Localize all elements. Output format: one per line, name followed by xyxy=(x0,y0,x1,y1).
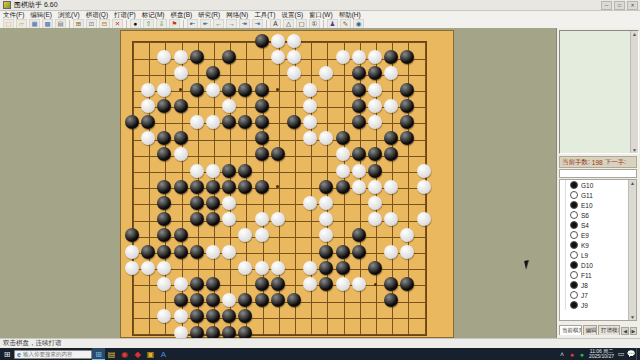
black-stone[interactable] xyxy=(255,147,269,161)
white-stone[interactable] xyxy=(417,180,431,194)
move-list-item[interactable]: E9 xyxy=(560,230,636,240)
panel-tab-0[interactable]: 当前棋局 xyxy=(559,325,582,335)
tool-analyze-icon[interactable]: ♟ xyxy=(327,19,338,29)
panel-tab-2[interactable]: 打谱模式 xyxy=(598,325,621,335)
black-stone[interactable] xyxy=(174,228,188,242)
toolbar-separator xyxy=(266,20,267,28)
new-board-icon[interactable]: ⊞ xyxy=(73,19,84,29)
white-stone[interactable] xyxy=(174,277,188,291)
white-stone[interactable] xyxy=(336,147,350,161)
black-stone[interactable] xyxy=(255,83,269,97)
black-stone-icon xyxy=(570,181,578,189)
move-coordinate: J7 xyxy=(581,292,588,299)
mark-letter-icon[interactable]: A xyxy=(270,19,281,29)
paste-icon[interactable]: ⊟ xyxy=(99,19,110,29)
black-stone[interactable] xyxy=(255,131,269,145)
taskbar: ⊞ e 输入你要搜索的内容 ⊞▤◉◆▣A ˄●● 11:06 周二 2025/1… xyxy=(0,348,640,360)
white-stone[interactable] xyxy=(141,99,155,113)
tab-prev-icon[interactable]: ◀ xyxy=(621,327,628,335)
tray-icons: ˄●● xyxy=(557,351,587,358)
status-bar: 双击棋盘，连续打谱 xyxy=(0,338,640,348)
white-stone[interactable] xyxy=(384,245,398,259)
white-stone[interactable] xyxy=(255,212,269,226)
black-stone-icon xyxy=(570,201,578,209)
white-stone[interactable] xyxy=(174,50,188,64)
move-list-item[interactable]: S6 xyxy=(560,210,636,220)
move-list-item[interactable]: J8 xyxy=(560,280,636,290)
notification-icon[interactable]: ▭ xyxy=(616,350,626,358)
white-stone[interactable] xyxy=(336,164,350,178)
move-list-item[interactable]: S4 xyxy=(560,220,636,230)
white-stone[interactable] xyxy=(368,115,382,129)
search-box[interactable]: e 输入你要搜索的内容 xyxy=(14,350,92,359)
black-stone[interactable] xyxy=(190,50,204,64)
panel-tabs: 当前棋局编辑打谱模式◀▶ xyxy=(559,323,637,335)
new-icon[interactable]: ▢ xyxy=(3,19,14,29)
white-stone[interactable] xyxy=(336,277,350,291)
move-coordinate: D10 xyxy=(581,262,593,269)
print-icon[interactable]: ▤ xyxy=(55,19,66,29)
black-stone[interactable] xyxy=(222,83,236,97)
black-stone[interactable] xyxy=(238,164,252,178)
save-all-icon[interactable]: ▩ xyxy=(42,19,53,29)
move-header: 当前手数: 198 下一手: xyxy=(559,156,637,168)
hoshi-point xyxy=(374,283,377,286)
back-icon[interactable]: ← xyxy=(213,19,224,29)
move-coordinate: K9 xyxy=(581,242,589,249)
start-button[interactable]: ⊞ xyxy=(0,348,14,360)
scroll-up-icon[interactable]: ▲ xyxy=(629,180,636,186)
black-stone[interactable] xyxy=(222,180,236,194)
taskbar-chrome-icon[interactable]: ◉ xyxy=(118,348,131,360)
copy-icon[interactable]: ⊡ xyxy=(86,19,97,29)
move-rows: G10G11E10S6S4E9K9L9D10F11J8J7J9 xyxy=(560,180,636,310)
white-stone[interactable] xyxy=(190,164,204,178)
white-stone[interactable] xyxy=(222,99,236,113)
move-list-item[interactable]: K9 xyxy=(560,240,636,250)
forward-icon[interactable]: → xyxy=(226,19,237,29)
white-stone[interactable] xyxy=(303,99,317,113)
move-coordinate: G10 xyxy=(581,182,593,189)
comment-box[interactable]: ▲ ▼ xyxy=(559,30,639,154)
tool-options-icon[interactable]: ◉ xyxy=(353,19,364,29)
black-stone[interactable] xyxy=(336,131,350,145)
move-list-item[interactable]: F11 xyxy=(560,270,636,280)
white-stone[interactable] xyxy=(352,50,366,64)
next-move-label: 下一手: xyxy=(605,158,626,167)
var-up-icon[interactable]: ⇧ xyxy=(143,19,154,29)
black-stone[interactable] xyxy=(352,83,366,97)
black-stone[interactable] xyxy=(190,277,204,291)
taskbar-go-app-icon[interactable]: ⊞ xyxy=(92,348,105,360)
move-list-item[interactable]: J7 xyxy=(560,290,636,300)
taskbar-clock[interactable]: 11:06 周二 2025/10/27 xyxy=(587,349,616,360)
black-stone[interactable] xyxy=(319,245,333,259)
fast-back-icon[interactable]: ↞ xyxy=(200,19,211,29)
title-bar: 围棋助手 6.60 ─ □ ✕ xyxy=(0,0,640,11)
side-panel: ▲ ▼ 当前手数: 198 下一手: ▲ ▼ G10G11E10S6S4E9K9… xyxy=(556,28,640,338)
white-stone-icon xyxy=(570,291,578,299)
white-stone[interactable] xyxy=(352,277,366,291)
go-board[interactable] xyxy=(120,30,454,338)
white-stone[interactable] xyxy=(368,196,382,210)
go-first-icon[interactable]: ⇤ xyxy=(187,19,198,29)
black-stone[interactable] xyxy=(255,293,269,307)
white-stone[interactable] xyxy=(303,261,317,275)
black-stone[interactable] xyxy=(206,196,220,210)
black-stone[interactable] xyxy=(174,293,188,307)
white-stone[interactable] xyxy=(352,180,366,194)
toolbar-separator xyxy=(323,20,324,28)
status-text: 双击棋盘，连续打谱 xyxy=(3,339,62,348)
black-stone[interactable] xyxy=(368,261,382,275)
white-stone[interactable] xyxy=(417,164,431,178)
black-stone[interactable] xyxy=(336,245,350,259)
black-stone[interactable] xyxy=(190,180,204,194)
move-list-item[interactable]: G10 xyxy=(560,180,636,190)
black-stone-icon xyxy=(570,241,578,249)
move-list-item[interactable]: D10 xyxy=(560,260,636,270)
black-stone[interactable] xyxy=(255,99,269,113)
taskbar-explorer-icon[interactable]: ▤ xyxy=(105,348,118,360)
move-coordinate: F11 xyxy=(581,272,592,279)
white-stone-icon xyxy=(570,211,578,219)
var-down-icon[interactable]: ⇩ xyxy=(156,19,167,29)
white-stone[interactable] xyxy=(303,83,317,97)
delete-icon[interactable]: ✕ xyxy=(112,19,123,29)
taskbar-qq-icon[interactable]: ◆ xyxy=(131,348,144,360)
black-stone[interactable] xyxy=(255,180,269,194)
white-stone[interactable] xyxy=(125,261,139,275)
screen: 围棋助手 6.60 ─ □ ✕ 文件(F)编辑(E)浏览(V)棋谱(Q)打谱(P… xyxy=(0,0,640,360)
black-stone[interactable] xyxy=(222,164,236,178)
toolbar-separator xyxy=(69,20,70,28)
scroll-up-icon[interactable]: ▲ xyxy=(631,31,638,37)
white-stone[interactable] xyxy=(206,245,220,259)
move-list-item[interactable]: G11 xyxy=(560,190,636,200)
tray-expand-icon[interactable]: ˄ xyxy=(557,351,567,358)
black-stone-icon xyxy=(570,281,578,289)
white-stone[interactable] xyxy=(174,147,188,161)
white-stone-icon xyxy=(570,271,578,279)
show-desktop-button[interactable] xyxy=(636,348,640,360)
black-stone[interactable] xyxy=(255,34,269,48)
system-tray: ˄●● 11:06 周二 2025/10/27 ▭💬 xyxy=(557,348,640,360)
open-icon[interactable]: ▱ xyxy=(16,19,27,29)
move-coordinate: L9 xyxy=(581,252,588,259)
mark-number-icon[interactable]: ① xyxy=(309,19,320,29)
scroll-down-icon[interactable]: ▼ xyxy=(629,314,636,320)
black-stone[interactable] xyxy=(352,115,366,129)
white-stone[interactable] xyxy=(271,261,285,275)
black-stone[interactable] xyxy=(368,164,382,178)
app-icon xyxy=(3,1,11,9)
white-stone[interactable] xyxy=(141,261,155,275)
move-count-label: 当前手数: xyxy=(562,158,590,167)
white-stone[interactable] xyxy=(141,83,155,97)
white-stone[interactable] xyxy=(125,245,139,259)
white-stone[interactable] xyxy=(255,228,269,242)
black-stone-icon xyxy=(570,301,578,309)
black-stone[interactable] xyxy=(141,245,155,259)
white-stone[interactable] xyxy=(336,50,350,64)
tab-next-icon[interactable]: ▶ xyxy=(630,327,637,335)
black-stone[interactable] xyxy=(190,196,204,210)
white-stone[interactable] xyxy=(417,212,431,226)
save-icon[interactable]: ▦ xyxy=(29,19,40,29)
white-stone[interactable] xyxy=(384,99,398,113)
taskbar-apps: ⊞▤◉◆▣A xyxy=(92,348,170,360)
black-stone[interactable] xyxy=(271,293,285,307)
black-stone[interactable] xyxy=(255,277,269,291)
white-stone[interactable] xyxy=(222,245,236,259)
move-list-scrollbar[interactable]: ▲ ▼ xyxy=(628,180,636,320)
black-stone-icon xyxy=(570,261,578,269)
play-black-icon[interactable]: ● xyxy=(130,19,141,29)
tray-green-icon[interactable]: ● xyxy=(577,351,587,358)
minimize-button[interactable]: ─ xyxy=(601,1,612,10)
search-icon: e xyxy=(17,351,21,358)
taskbar-app-a-icon[interactable]: A xyxy=(157,348,170,360)
black-stone[interactable] xyxy=(157,245,171,259)
tray-right-icons: ▭💬 xyxy=(616,350,636,358)
black-stone[interactable] xyxy=(174,245,188,259)
white-stone-icon xyxy=(570,251,578,259)
fast-forward-icon[interactable]: ↠ xyxy=(239,19,250,29)
toolbar-separator xyxy=(183,20,184,28)
white-stone[interactable] xyxy=(368,180,382,194)
white-stone[interactable] xyxy=(206,115,220,129)
next-move-field[interactable] xyxy=(559,169,637,178)
white-stone-icon xyxy=(570,231,578,239)
go-last-icon[interactable]: ⇥ xyxy=(252,19,263,29)
move-coordinate: G11 xyxy=(581,192,593,199)
tray-red-icon[interactable]: ● xyxy=(567,351,577,358)
scroll-down-icon[interactable]: ▼ xyxy=(631,147,638,153)
white-stone[interactable] xyxy=(271,212,285,226)
black-stone[interactable] xyxy=(352,99,366,113)
mark-square-icon[interactable]: ▢ xyxy=(296,19,307,29)
black-stone[interactable] xyxy=(190,293,204,307)
white-stone[interactable] xyxy=(384,180,398,194)
white-stone[interactable] xyxy=(157,83,171,97)
move-list-item[interactable]: J9 xyxy=(560,300,636,310)
black-stone[interactable] xyxy=(174,99,188,113)
mark-triangle-icon[interactable]: △ xyxy=(283,19,294,29)
move-coordinate: S6 xyxy=(581,212,589,219)
white-stone[interactable] xyxy=(206,164,220,178)
black-stone[interactable] xyxy=(190,245,204,259)
move-coordinate: J8 xyxy=(581,282,588,289)
black-stone[interactable] xyxy=(125,115,139,129)
black-stone[interactable] xyxy=(271,277,285,291)
move-list-item[interactable]: E10 xyxy=(560,200,636,210)
move-list[interactable]: ▲ ▼ G10G11E10S6S4E9K9L9D10F11J8J7J9 xyxy=(559,179,637,321)
move-coordinate: J9 xyxy=(581,302,588,309)
black-stone[interactable] xyxy=(174,131,188,145)
black-stone[interactable] xyxy=(336,180,350,194)
black-stone[interactable] xyxy=(400,83,414,97)
close-button[interactable]: ✕ xyxy=(627,1,638,10)
white-stone[interactable] xyxy=(368,99,382,113)
move-coordinate: E10 xyxy=(581,202,593,209)
white-stone[interactable] xyxy=(190,115,204,129)
white-stone-icon xyxy=(570,191,578,199)
move-coordinate: E9 xyxy=(581,232,589,239)
white-stone[interactable] xyxy=(174,309,188,323)
black-stone[interactable] xyxy=(255,115,269,129)
white-stone[interactable] xyxy=(400,245,414,259)
tool-edit-icon[interactable]: ✎ xyxy=(340,19,351,29)
white-stone[interactable] xyxy=(287,34,301,48)
black-stone[interactable] xyxy=(238,83,252,97)
white-stone[interactable] xyxy=(255,261,269,275)
search-placeholder: 输入你要搜索的内容 xyxy=(23,351,73,358)
black-stone[interactable] xyxy=(190,83,204,97)
black-stone[interactable] xyxy=(174,180,188,194)
taskbar-wegame-icon[interactable]: ▣ xyxy=(144,348,157,360)
black-stone[interactable] xyxy=(352,245,366,259)
move-list-item[interactable]: L9 xyxy=(560,250,636,260)
black-stone[interactable] xyxy=(206,180,220,194)
black-stone[interactable] xyxy=(287,115,301,129)
white-stone[interactable] xyxy=(206,83,220,97)
black-stone[interactable] xyxy=(206,277,220,291)
main-area: ▲ ▼ 当前手数: 198 下一手: ▲ ▼ G10G11E10S6S4E9K9… xyxy=(0,28,640,338)
white-stone[interactable] xyxy=(352,164,366,178)
black-stone[interactable] xyxy=(336,261,350,275)
comment-scrollbar[interactable]: ▲ ▼ xyxy=(630,31,638,153)
mouse-cursor xyxy=(524,259,535,270)
black-stone[interactable] xyxy=(190,212,204,226)
move-coordinate: S4 xyxy=(581,222,589,229)
white-stone[interactable] xyxy=(271,50,285,64)
white-stone[interactable] xyxy=(174,66,188,80)
ime-icon[interactable]: 💬 xyxy=(626,350,636,358)
mark-move-icon[interactable]: ⚑ xyxy=(169,19,180,29)
white-stone[interactable] xyxy=(368,83,382,97)
black-stone-icon xyxy=(570,221,578,229)
window-title: 围棋助手 6.60 xyxy=(14,0,58,10)
white-stone[interactable] xyxy=(271,34,285,48)
move-count-value: 198 xyxy=(592,159,603,166)
toolbar-separator xyxy=(126,20,127,28)
clock-date: 2025/10/27 xyxy=(589,354,614,360)
panel-tab-1[interactable]: 编辑 xyxy=(583,325,597,335)
maximize-button[interactable]: □ xyxy=(614,1,625,10)
